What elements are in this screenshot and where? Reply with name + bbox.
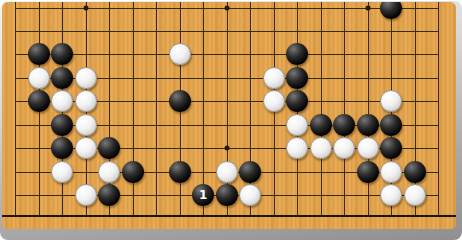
stone-black: [169, 90, 191, 112]
stone-black: [380, 137, 402, 159]
stone-white: [357, 137, 379, 159]
stone-black: [98, 137, 120, 159]
go-board[interactable]: 1: [2, 2, 456, 229]
stone-white: [380, 161, 402, 183]
stone-black: [51, 67, 73, 89]
stone-white: [75, 184, 97, 206]
star-point: [83, 5, 88, 10]
stone-white: [310, 137, 332, 159]
grid-vline: [156, 2, 157, 216]
star-point: [365, 5, 370, 10]
grid-vline: [133, 2, 134, 216]
stone-white: [169, 43, 191, 65]
stone-black: [380, 114, 402, 136]
stone-black: [357, 161, 379, 183]
stone-black: [51, 137, 73, 159]
grid-vline: [368, 2, 369, 216]
stone-black: [98, 184, 120, 206]
stone-black: [28, 90, 50, 112]
grid-vline: [438, 2, 439, 216]
stone-black: [169, 161, 191, 183]
stone-white: [263, 67, 285, 89]
stone-white: [51, 161, 73, 183]
stone-white: [75, 137, 97, 159]
stone-black-move-1: 1: [192, 184, 214, 206]
stone-white: [263, 90, 285, 112]
stone-black: [51, 114, 73, 136]
stone-black: [310, 114, 332, 136]
stone-black: [239, 161, 261, 183]
stone-white: [380, 184, 402, 206]
stone-black: [28, 43, 50, 65]
stone-black: [216, 184, 238, 206]
stone-black: [122, 161, 144, 183]
stone-black: [333, 114, 355, 136]
stone-black: [404, 161, 426, 183]
screenshot: 1: [0, 0, 462, 240]
grid-vline: [321, 2, 322, 216]
stone-white: [333, 137, 355, 159]
star-point: [224, 146, 229, 151]
stone-white: [216, 161, 238, 183]
grid-vline: [344, 2, 345, 216]
grid-hline: [15, 54, 439, 55]
stone-black: [380, 2, 402, 19]
stone-white: [75, 67, 97, 89]
stone-black: [51, 43, 73, 65]
stone-white: [28, 67, 50, 89]
stone-black: [286, 90, 308, 112]
board-bottom-edge-line: [2, 215, 456, 217]
grid-vline: [15, 2, 16, 216]
stone-white: [75, 90, 97, 112]
stone-white: [239, 184, 261, 206]
stone-white: [380, 90, 402, 112]
grid-hline: [15, 31, 439, 32]
stone-black: [357, 114, 379, 136]
stone-white: [286, 114, 308, 136]
stone-white: [98, 161, 120, 183]
stone-white: [286, 137, 308, 159]
stone-black: [286, 67, 308, 89]
stone-black: [286, 43, 308, 65]
stone-white: [75, 114, 97, 136]
stone-white: [51, 90, 73, 112]
move-number-label: 1: [199, 189, 207, 201]
star-point: [224, 5, 229, 10]
stone-white: [404, 184, 426, 206]
